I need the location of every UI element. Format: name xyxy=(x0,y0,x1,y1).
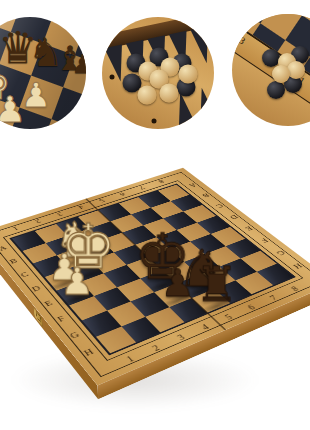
piece-glyph: ♟ xyxy=(60,264,94,298)
product-photo: ♛♞♝♟♚♟♟ 321 1234567812345678ABCDEFGHABCD… xyxy=(0,0,310,430)
coordinate-label: 3 xyxy=(175,333,187,342)
coordinate-label: H xyxy=(82,347,96,357)
coordinate-label: 8 xyxy=(157,179,166,184)
coordinate-label: 2 xyxy=(150,343,162,352)
coordinate-label: 7 xyxy=(268,294,280,302)
coordinate-label: E xyxy=(43,299,54,308)
piece-glyph: ♜ xyxy=(195,262,238,306)
coordinate-label: G xyxy=(68,330,81,340)
coordinate-label: 1 xyxy=(11,225,20,231)
white-pawn: ♟ xyxy=(32,196,122,299)
board-scene: 1234567812345678ABCDEFGHABCDEFGH♞♟♚♟♚♟♞♜ xyxy=(0,0,310,430)
coordinate-label: 4 xyxy=(199,322,211,331)
coordinate-label: B xyxy=(8,257,19,265)
coordinate-label: 5 xyxy=(223,313,235,322)
coordinate-label: F xyxy=(56,314,67,323)
chess-board: 1234567812345678ABCDEFGHABCDEFGH♞♟♚♟♚♟♞♜ xyxy=(0,168,310,386)
black-rook: ♜ xyxy=(171,202,262,306)
coordinate-label: 1 xyxy=(124,354,136,364)
coordinate-label: 8 xyxy=(289,285,301,293)
brass-clasp xyxy=(33,307,43,328)
coordinate-label: A xyxy=(0,244,8,252)
coordinate-label: G xyxy=(274,249,287,257)
coordinate-label: H xyxy=(291,262,304,270)
